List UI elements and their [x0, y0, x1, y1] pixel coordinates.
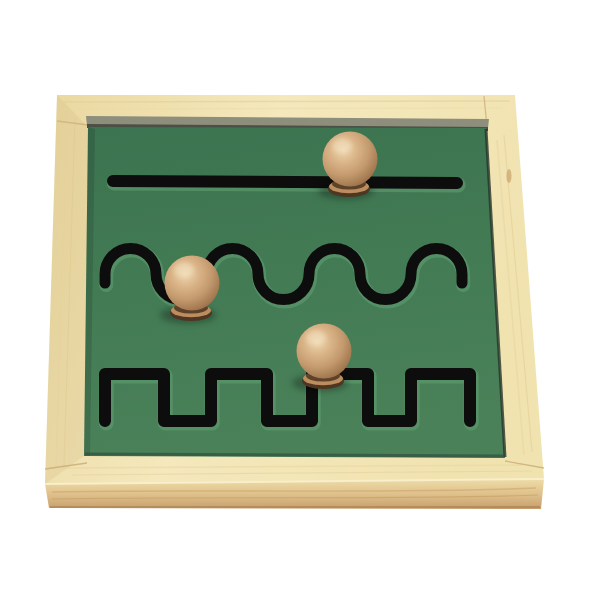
- wood-knot: [507, 169, 512, 183]
- wood-frame-left-rail-shade: [45, 95, 88, 484]
- track-straight-slot: [113, 181, 457, 183]
- board-bottom-inner-shadow: [85, 454, 504, 456]
- wood-grain-line: [62, 101, 510, 102]
- tracing-board: [0, 0, 600, 600]
- product-photo-scene: [0, 0, 600, 600]
